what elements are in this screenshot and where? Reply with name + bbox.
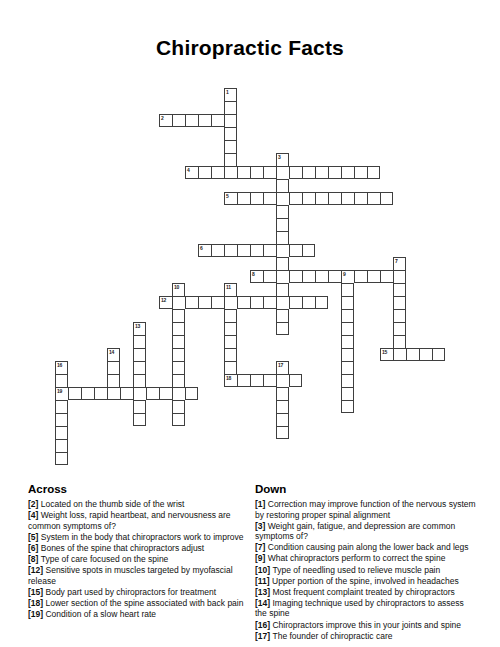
grid-cell[interactable]	[172, 348, 185, 361]
clue-text: Upper portion of the spine, involved in …	[272, 576, 459, 586]
grid-cell[interactable]	[302, 166, 315, 179]
grid-cell[interactable]	[367, 166, 380, 179]
grid-cell[interactable]: 17	[276, 361, 289, 374]
cell-number: 2	[161, 115, 163, 121]
grid-cell[interactable]	[341, 296, 354, 309]
clue-item: [9] What chiropractors perform to correc…	[255, 553, 476, 564]
clue-item: [7] Condition causing pain along the low…	[255, 542, 476, 553]
grid-cell[interactable]: 9	[341, 270, 354, 283]
clue-item: [10] Type of needling used to relieve mu…	[255, 565, 476, 576]
clue-text: Weight loss, rapid heartbeat, and nervou…	[28, 510, 231, 531]
grid-cell[interactable]	[393, 348, 406, 361]
grid-cell[interactable]	[133, 387, 146, 400]
grid-cell[interactable]	[250, 166, 263, 179]
grid-cell[interactable]	[367, 192, 380, 205]
grid-cell[interactable]	[107, 361, 120, 374]
grid-cell[interactable]	[289, 166, 302, 179]
grid-cell[interactable]	[133, 413, 146, 426]
clue-text: Body part used by chiropractors for trea…	[45, 587, 216, 597]
grid-cell[interactable]	[55, 439, 68, 452]
cell-number: 17	[278, 362, 283, 368]
grid-cell[interactable]: 3	[276, 153, 289, 166]
grid-cell[interactable]: 15	[380, 348, 393, 361]
grid-cell[interactable]	[198, 166, 211, 179]
cell-number: 3	[278, 154, 280, 160]
grid-cell[interactable]	[120, 387, 133, 400]
grid-cell[interactable]	[224, 309, 237, 322]
grid-cell[interactable]	[315, 296, 328, 309]
grid-cell[interactable]	[159, 387, 172, 400]
clue-number-label: [15]	[28, 587, 45, 597]
clue-item: [12] Sensitive spots in muscles targeted…	[28, 565, 253, 586]
grid-cell[interactable]	[393, 309, 406, 322]
grid-cell[interactable]	[237, 192, 250, 205]
grid-cell[interactable]	[354, 270, 367, 283]
clue-item: [17] The founder of chiropractic care	[255, 631, 476, 642]
grid-cell[interactable]	[341, 400, 354, 413]
cell-number: 19	[57, 388, 62, 394]
cell-number: 18	[226, 375, 231, 381]
across-header: Across	[28, 483, 253, 495]
grid-cell[interactable]	[107, 374, 120, 387]
grid-cell[interactable]	[211, 166, 224, 179]
clue-text: Type of needling used to relieve muscle …	[272, 565, 440, 575]
clue-number-label: [17]	[255, 631, 272, 641]
grid-cell[interactable]	[224, 322, 237, 335]
grid-cell[interactable]	[224, 296, 237, 309]
grid-cell[interactable]	[276, 179, 289, 192]
grid-cell[interactable]: 4	[185, 166, 198, 179]
grid-cell[interactable]	[81, 387, 94, 400]
grid-cell[interactable]	[393, 335, 406, 348]
grid-cell[interactable]: 12	[159, 296, 172, 309]
clue-number-label: [3]	[255, 521, 268, 531]
clue-text: Chiropractors improve this in your joint…	[272, 620, 461, 630]
cell-number: 15	[382, 349, 387, 355]
cell-number: 6	[200, 245, 202, 251]
grid-cell[interactable]	[146, 387, 159, 400]
down-clue-list: [1] Correction may improve function of t…	[255, 499, 476, 641]
grid-cell[interactable]	[276, 218, 289, 231]
grid-cell[interactable]	[55, 452, 68, 465]
grid-cell[interactable]: 14	[107, 348, 120, 361]
grid-cell[interactable]	[315, 192, 328, 205]
grid-cell[interactable]	[172, 296, 185, 309]
clue-text: What chiropractors perform to correct th…	[268, 553, 446, 563]
clue-item: [6] Bones of the spine that chiropractor…	[28, 543, 253, 554]
clue-number-label: [10]	[255, 565, 272, 575]
grid-cell[interactable]	[172, 335, 185, 348]
grid-cell[interactable]	[250, 244, 263, 257]
grid-cell[interactable]: 8	[250, 270, 263, 283]
crossword-grid: 12345678910111213141516171819	[55, 88, 445, 465]
grid-cell[interactable]	[276, 257, 289, 270]
grid-cell[interactable]: 6	[198, 244, 211, 257]
clue-item: [16] Chiropractors improve this in your …	[255, 620, 476, 631]
clue-text: Type of care focused on the spine	[41, 554, 169, 564]
grid-cell[interactable]	[289, 192, 302, 205]
clue-item: [18] Lower section of the spine associat…	[28, 598, 253, 609]
grid-cell[interactable]	[224, 127, 237, 140]
grid-cell[interactable]	[302, 192, 315, 205]
grid-cell[interactable]	[224, 101, 237, 114]
grid-cell[interactable]	[341, 192, 354, 205]
grid-cell[interactable]	[172, 309, 185, 322]
grid-cell[interactable]	[263, 244, 276, 257]
grid-cell[interactable]	[263, 374, 276, 387]
grid-cell[interactable]	[302, 296, 315, 309]
grid-cell[interactable]	[185, 296, 198, 309]
grid-cell[interactable]	[393, 270, 406, 283]
grid-cell[interactable]	[393, 283, 406, 296]
clue-item: [8] Type of care focused on the spine	[28, 554, 253, 565]
grid-cell[interactable]	[276, 283, 289, 296]
clue-text: Bones of the spine that chiropractors ad…	[41, 543, 204, 553]
grid-cell[interactable]	[406, 348, 419, 361]
cell-number: 1	[226, 89, 228, 95]
grid-cell[interactable]	[354, 166, 367, 179]
grid-cell[interactable]	[172, 114, 185, 127]
grid-cell[interactable]	[263, 296, 276, 309]
clue-number-label: [6]	[28, 543, 41, 553]
cell-number: 12	[161, 297, 166, 303]
grid-cell[interactable]	[250, 296, 263, 309]
clue-text: The founder of chiropractic care	[272, 631, 392, 641]
grid-cell[interactable]	[341, 283, 354, 296]
grid-cell[interactable]	[224, 244, 237, 257]
grid-cell[interactable]	[302, 244, 315, 257]
grid-cell[interactable]	[302, 270, 315, 283]
clue-number-label: [13]	[255, 587, 272, 597]
down-clues-column: Down [1] Correction may improve function…	[255, 483, 476, 642]
grid-cell[interactable]	[276, 426, 289, 439]
grid-cell[interactable]	[55, 413, 68, 426]
grid-cell[interactable]	[276, 387, 289, 400]
grid-cell[interactable]	[354, 192, 367, 205]
grid-cell[interactable]	[263, 166, 276, 179]
grid-cell[interactable]	[198, 114, 211, 127]
cell-number: 4	[187, 167, 189, 173]
cell-number: 9	[343, 271, 345, 277]
grid-cell[interactable]	[237, 244, 250, 257]
grid-cell[interactable]	[276, 205, 289, 218]
grid-cell[interactable]	[289, 296, 302, 309]
down-header: Down	[255, 483, 476, 495]
clue-number-label: [16]	[255, 620, 272, 630]
grid-cell[interactable]	[419, 348, 432, 361]
grid-cell[interactable]	[224, 140, 237, 153]
grid-cell[interactable]	[237, 374, 250, 387]
grid-cell[interactable]	[341, 387, 354, 400]
grid-cell[interactable]	[289, 270, 302, 283]
grid-cell[interactable]	[107, 387, 120, 400]
grid-cell[interactable]: 18	[224, 374, 237, 387]
grid-cell[interactable]	[237, 166, 250, 179]
clue-number-label: [8]	[28, 554, 41, 564]
clue-item: [5] System in the body that chiropractor…	[28, 532, 253, 543]
grid-cell[interactable]	[263, 270, 276, 283]
grid-cell[interactable]	[289, 244, 302, 257]
clue-number-label: [2]	[28, 499, 41, 509]
grid-cell[interactable]	[341, 322, 354, 335]
grid-cell[interactable]	[276, 374, 289, 387]
grid-cell[interactable]	[276, 192, 289, 205]
grid-cell[interactable]	[172, 387, 185, 400]
grid-cell[interactable]: 2	[159, 114, 172, 127]
grid-cell[interactable]	[55, 374, 68, 387]
grid-cell[interactable]	[328, 270, 341, 283]
grid-cell[interactable]	[94, 387, 107, 400]
clue-item: [14] Imaging technique used by chiroprac…	[255, 598, 476, 619]
grid-cell[interactable]: 16	[55, 361, 68, 374]
cell-number: 11	[226, 284, 231, 290]
grid-cell[interactable]: 13	[133, 322, 146, 335]
grid-cell[interactable]	[172, 400, 185, 413]
grid-cell[interactable]	[224, 114, 237, 127]
grid-cell[interactable]	[341, 361, 354, 374]
cell-number: 16	[57, 362, 62, 368]
clue-item: [2] Located on the thumb side of the wri…	[28, 499, 253, 510]
across-clues-column: Across [2] Located on the thumb side of …	[28, 483, 253, 620]
clue-number-label: [9]	[255, 553, 268, 563]
page-title: Chiropractic Facts	[0, 36, 500, 60]
grid-cell[interactable]	[68, 387, 81, 400]
grid-cell[interactable]	[328, 192, 341, 205]
clue-text: Located on the thumb side of the wrist	[41, 499, 185, 509]
grid-cell[interactable]	[172, 413, 185, 426]
grid-cell[interactable]	[133, 361, 146, 374]
grid-cell[interactable]	[172, 361, 185, 374]
clue-number-label: [7]	[255, 542, 268, 552]
grid-cell[interactable]	[276, 166, 289, 179]
grid-cell[interactable]	[133, 335, 146, 348]
grid-cell[interactable]	[276, 231, 289, 244]
grid-cell[interactable]	[237, 296, 250, 309]
cell-number: 13	[135, 323, 140, 329]
clue-text: Correction may improve function of the n…	[255, 499, 476, 520]
clue-text: Condition of a slow heart rate	[45, 609, 156, 619]
clue-item: [11] Upper portion of the spine, involve…	[255, 576, 476, 587]
grid-cell[interactable]: 19	[55, 387, 68, 400]
grid-cell[interactable]	[393, 296, 406, 309]
grid-cell[interactable]	[276, 400, 289, 413]
grid-cell[interactable]	[224, 335, 237, 348]
grid-cell[interactable]	[393, 322, 406, 335]
grid-cell[interactable]	[263, 192, 276, 205]
grid-cell[interactable]	[224, 361, 237, 374]
grid-cell[interactable]	[133, 374, 146, 387]
cell-number: 14	[109, 349, 114, 355]
grid-cell[interactable]	[224, 166, 237, 179]
clue-number-label: [19]	[28, 609, 45, 619]
grid-cell[interactable]: 5	[224, 192, 237, 205]
grid-cell[interactable]	[276, 270, 289, 283]
across-clue-list: [2] Located on the thumb side of the wri…	[28, 499, 253, 620]
clue-item: [13] Most frequent complaint treated by …	[255, 587, 476, 598]
grid-cell[interactable]	[133, 400, 146, 413]
grid-cell[interactable]	[172, 322, 185, 335]
clue-text: Sensitive spots in muscles targeted by m…	[28, 565, 233, 586]
grid-cell[interactable]	[276, 296, 289, 309]
cell-number: 8	[252, 271, 254, 277]
clue-text: System in the body that chiropractors wo…	[41, 532, 244, 542]
grid-cell[interactable]	[211, 114, 224, 127]
grid-cell[interactable]	[341, 309, 354, 322]
clue-text: Weight gain, fatigue, and depression are…	[255, 521, 455, 542]
grid-cell[interactable]	[341, 166, 354, 179]
grid-cell[interactable]	[432, 348, 445, 361]
grid-cell[interactable]	[328, 166, 341, 179]
grid-cell[interactable]	[250, 192, 263, 205]
grid-cell[interactable]	[224, 153, 237, 166]
clue-item: [19] Condition of a slow heart rate	[28, 609, 253, 620]
grid-cell[interactable]: 7	[393, 257, 406, 270]
clue-number-label: [11]	[255, 576, 272, 586]
clue-number-label: [12]	[28, 565, 45, 575]
grid-cell[interactable]	[276, 244, 289, 257]
grid-cell[interactable]	[185, 387, 198, 400]
clue-text: Condition causing pain along the lower b…	[268, 542, 469, 552]
cell-number: 7	[395, 258, 397, 264]
grid-cell[interactable]	[289, 374, 302, 387]
grid-cell[interactable]	[250, 374, 263, 387]
grid-cell[interactable]	[380, 192, 393, 205]
clue-number-label: [1]	[255, 499, 268, 509]
clue-text: Imaging technique used by chiropractors …	[255, 598, 464, 619]
grid-cell[interactable]	[367, 270, 380, 283]
grid-cell[interactable]	[341, 335, 354, 348]
clue-number-label: [4]	[28, 510, 41, 520]
grid-cell[interactable]	[341, 374, 354, 387]
clue-item: [15] Body part used by chiropractors for…	[28, 587, 253, 598]
grid-cell[interactable]	[315, 166, 328, 179]
grid-cell[interactable]	[211, 296, 224, 309]
grid-cell[interactable]	[380, 270, 393, 283]
cell-number: 10	[174, 284, 179, 290]
cell-number: 5	[226, 193, 228, 199]
grid-cell[interactable]	[276, 309, 289, 322]
grid-cell[interactable]: 1	[224, 88, 237, 101]
grid-cell[interactable]	[133, 348, 146, 361]
grid-cell[interactable]	[211, 244, 224, 257]
grid-cell[interactable]: 11	[224, 283, 237, 296]
grid-cell[interactable]	[198, 296, 211, 309]
grid-cell[interactable]	[55, 426, 68, 439]
clue-item: [3] Weight gain, fatigue, and depression…	[255, 521, 476, 542]
grid-cell[interactable]	[55, 400, 68, 413]
grid-cell[interactable]	[276, 413, 289, 426]
clue-text: Most frequent complaint treated by chiro…	[272, 587, 454, 597]
grid-cell[interactable]	[315, 270, 328, 283]
grid-cell[interactable]	[185, 114, 198, 127]
grid-cell[interactable]	[276, 322, 289, 335]
clue-number-label: [18]	[28, 598, 45, 608]
grid-cell[interactable]	[172, 374, 185, 387]
clue-number-label: [14]	[255, 598, 272, 608]
worksheet-page: Chiropractic Facts 123456789101112131415…	[0, 0, 500, 647]
grid-cell[interactable]: 10	[172, 283, 185, 296]
clue-number-label: [5]	[28, 532, 41, 542]
clue-item: [4] Weight loss, rapid heartbeat, and ne…	[28, 510, 253, 531]
grid-cell[interactable]	[224, 348, 237, 361]
clue-text: Lower section of the spine associated wi…	[45, 598, 243, 608]
grid-cell[interactable]	[341, 348, 354, 361]
clue-item: [1] Correction may improve function of t…	[255, 499, 476, 520]
